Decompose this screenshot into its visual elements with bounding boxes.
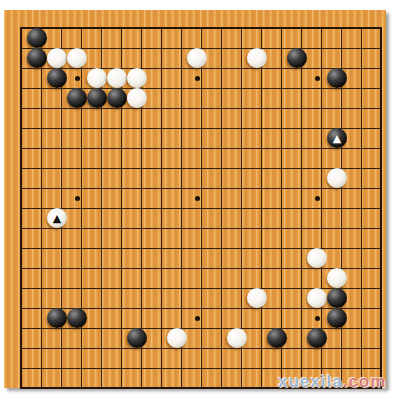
watermark: xuexila.com [278,372,386,392]
triangle-marker-icon: ▲ [327,128,347,148]
star-point [75,76,80,81]
black-stone [87,88,107,108]
black-stone [107,88,127,108]
white-stone [127,88,147,108]
white-stone: ▲ [47,208,67,228]
black-stone [307,328,327,348]
star-point [315,76,320,81]
white-stone [307,288,327,308]
white-stone [107,68,127,88]
triangle-marker-icon: ▲ [47,208,67,228]
black-stone [67,308,87,328]
black-stone [327,288,347,308]
black-stone [67,88,87,108]
black-stone [27,48,47,68]
black-stone [47,68,67,88]
white-stone [127,68,147,88]
go-board[interactable]: ▲▲ [4,10,386,388]
white-stone [327,168,347,188]
star-point [315,316,320,321]
black-stone [267,328,287,348]
white-stone [247,288,267,308]
white-stone [87,68,107,88]
black-stone [47,308,67,328]
black-stone [27,28,47,48]
star-point [315,196,320,201]
black-stone: ▲ [327,128,347,148]
black-stone [287,48,307,68]
black-stone [327,68,347,88]
white-stone [167,328,187,348]
white-stone [327,268,347,288]
black-stone [127,328,147,348]
white-stone [227,328,247,348]
white-stone [47,48,67,68]
screenshot-root: ▲▲ xuexila.com [0,0,400,400]
star-point [195,76,200,81]
white-stone [67,48,87,68]
watermark-site-name: xuexila [278,372,343,391]
white-stone [307,248,327,268]
star-point [75,196,80,201]
star-point [195,196,200,201]
watermark-domain-suffix: .com [343,372,387,391]
white-stone [247,48,267,68]
star-point [195,316,200,321]
black-stone [327,308,347,328]
white-stone [187,48,207,68]
